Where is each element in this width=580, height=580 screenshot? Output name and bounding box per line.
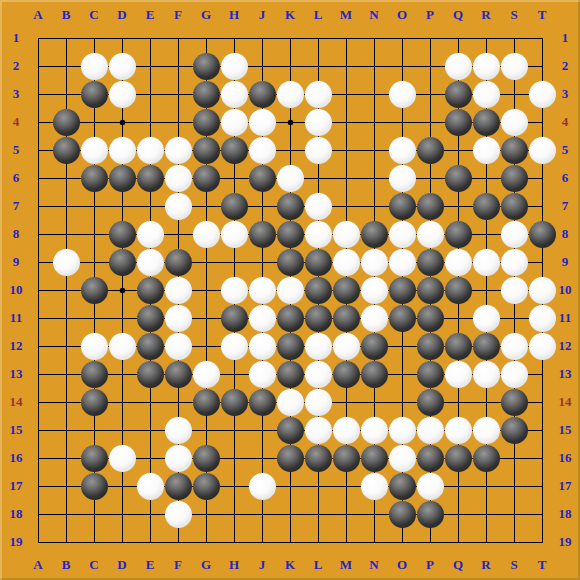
intersection-O16[interactable] <box>388 444 416 472</box>
intersection-D1[interactable] <box>108 24 136 52</box>
intersection-P16[interactable] <box>416 444 444 472</box>
intersection-H4[interactable] <box>220 108 248 136</box>
intersection-F10[interactable] <box>164 276 192 304</box>
intersection-R15[interactable] <box>472 416 500 444</box>
intersection-T9[interactable] <box>528 248 556 276</box>
intersection-S17[interactable] <box>500 472 528 500</box>
intersection-O10[interactable] <box>388 276 416 304</box>
intersection-B10[interactable] <box>52 276 80 304</box>
intersection-N1[interactable] <box>360 24 388 52</box>
intersection-L18[interactable] <box>304 500 332 528</box>
intersection-B6[interactable] <box>52 164 80 192</box>
intersection-P7[interactable] <box>416 192 444 220</box>
intersection-A1[interactable] <box>24 24 52 52</box>
intersection-L12[interactable] <box>304 332 332 360</box>
intersection-D4[interactable] <box>108 108 136 136</box>
intersection-P11[interactable] <box>416 304 444 332</box>
intersection-L3[interactable] <box>304 80 332 108</box>
intersection-Q19[interactable] <box>444 528 472 556</box>
intersection-K3[interactable] <box>276 80 304 108</box>
intersection-N7[interactable] <box>360 192 388 220</box>
intersection-F4[interactable] <box>164 108 192 136</box>
intersection-J9[interactable] <box>248 248 276 276</box>
intersection-H16[interactable] <box>220 444 248 472</box>
intersection-K5[interactable] <box>276 136 304 164</box>
intersection-K11[interactable] <box>276 304 304 332</box>
intersection-B8[interactable] <box>52 220 80 248</box>
intersection-R17[interactable] <box>472 472 500 500</box>
intersection-A19[interactable] <box>24 528 52 556</box>
intersection-O8[interactable] <box>388 220 416 248</box>
intersection-P2[interactable] <box>416 52 444 80</box>
intersection-Q2[interactable] <box>444 52 472 80</box>
intersection-D2[interactable] <box>108 52 136 80</box>
intersection-Q8[interactable] <box>444 220 472 248</box>
intersection-G3[interactable] <box>192 80 220 108</box>
intersection-F1[interactable] <box>164 24 192 52</box>
intersection-S16[interactable] <box>500 444 528 472</box>
intersection-T12[interactable] <box>528 332 556 360</box>
intersection-K4[interactable] <box>276 108 304 136</box>
intersection-T8[interactable] <box>528 220 556 248</box>
intersection-J14[interactable] <box>248 388 276 416</box>
intersection-J3[interactable] <box>248 80 276 108</box>
intersection-G15[interactable] <box>192 416 220 444</box>
intersection-A14[interactable] <box>24 388 52 416</box>
intersection-E13[interactable] <box>136 360 164 388</box>
intersection-F13[interactable] <box>164 360 192 388</box>
intersection-D10[interactable] <box>108 276 136 304</box>
intersection-M19[interactable] <box>332 528 360 556</box>
intersection-E15[interactable] <box>136 416 164 444</box>
intersection-E6[interactable] <box>136 164 164 192</box>
intersection-D14[interactable] <box>108 388 136 416</box>
intersection-L17[interactable] <box>304 472 332 500</box>
intersection-M15[interactable] <box>332 416 360 444</box>
intersection-A5[interactable] <box>24 136 52 164</box>
intersection-B14[interactable] <box>52 388 80 416</box>
intersection-N15[interactable] <box>360 416 388 444</box>
intersection-T16[interactable] <box>528 444 556 472</box>
intersection-B18[interactable] <box>52 500 80 528</box>
intersection-N19[interactable] <box>360 528 388 556</box>
intersection-P17[interactable] <box>416 472 444 500</box>
intersection-R11[interactable] <box>472 304 500 332</box>
intersection-H1[interactable] <box>220 24 248 52</box>
intersection-M16[interactable] <box>332 444 360 472</box>
intersection-C19[interactable] <box>80 528 108 556</box>
intersection-K15[interactable] <box>276 416 304 444</box>
intersection-A9[interactable] <box>24 248 52 276</box>
intersection-Q9[interactable] <box>444 248 472 276</box>
intersection-J2[interactable] <box>248 52 276 80</box>
intersection-E11[interactable] <box>136 304 164 332</box>
intersection-M7[interactable] <box>332 192 360 220</box>
intersection-O15[interactable] <box>388 416 416 444</box>
intersection-Q6[interactable] <box>444 164 472 192</box>
intersection-E9[interactable] <box>136 248 164 276</box>
intersection-S11[interactable] <box>500 304 528 332</box>
intersection-J7[interactable] <box>248 192 276 220</box>
intersection-P10[interactable] <box>416 276 444 304</box>
intersection-L15[interactable] <box>304 416 332 444</box>
intersection-T2[interactable] <box>528 52 556 80</box>
intersection-O14[interactable] <box>388 388 416 416</box>
intersection-K1[interactable] <box>276 24 304 52</box>
intersection-E7[interactable] <box>136 192 164 220</box>
intersection-O17[interactable] <box>388 472 416 500</box>
intersection-E3[interactable] <box>136 80 164 108</box>
intersection-M12[interactable] <box>332 332 360 360</box>
intersection-T1[interactable] <box>528 24 556 52</box>
intersection-Q14[interactable] <box>444 388 472 416</box>
intersection-L8[interactable] <box>304 220 332 248</box>
intersection-D11[interactable] <box>108 304 136 332</box>
intersection-O7[interactable] <box>388 192 416 220</box>
intersection-K18[interactable] <box>276 500 304 528</box>
intersection-B13[interactable] <box>52 360 80 388</box>
intersection-K10[interactable] <box>276 276 304 304</box>
intersection-R2[interactable] <box>472 52 500 80</box>
intersection-A17[interactable] <box>24 472 52 500</box>
intersection-Q16[interactable] <box>444 444 472 472</box>
intersection-N6[interactable] <box>360 164 388 192</box>
intersection-K12[interactable] <box>276 332 304 360</box>
intersection-H11[interactable] <box>220 304 248 332</box>
intersection-K16[interactable] <box>276 444 304 472</box>
intersection-S15[interactable] <box>500 416 528 444</box>
intersection-E17[interactable] <box>136 472 164 500</box>
intersection-G7[interactable] <box>192 192 220 220</box>
intersection-A12[interactable] <box>24 332 52 360</box>
intersection-M4[interactable] <box>332 108 360 136</box>
intersection-G19[interactable] <box>192 528 220 556</box>
intersection-S7[interactable] <box>500 192 528 220</box>
intersection-Q10[interactable] <box>444 276 472 304</box>
intersection-J13[interactable] <box>248 360 276 388</box>
intersection-Q7[interactable] <box>444 192 472 220</box>
intersection-O12[interactable] <box>388 332 416 360</box>
intersection-S18[interactable] <box>500 500 528 528</box>
intersection-C11[interactable] <box>80 304 108 332</box>
intersection-O9[interactable] <box>388 248 416 276</box>
intersection-G9[interactable] <box>192 248 220 276</box>
intersection-C15[interactable] <box>80 416 108 444</box>
intersection-Q17[interactable] <box>444 472 472 500</box>
intersection-S5[interactable] <box>500 136 528 164</box>
intersection-S12[interactable] <box>500 332 528 360</box>
intersection-R7[interactable] <box>472 192 500 220</box>
intersection-S1[interactable] <box>500 24 528 52</box>
intersection-S14[interactable] <box>500 388 528 416</box>
intersection-R9[interactable] <box>472 248 500 276</box>
intersection-J5[interactable] <box>248 136 276 164</box>
intersection-G6[interactable] <box>192 164 220 192</box>
intersection-G4[interactable] <box>192 108 220 136</box>
intersection-P9[interactable] <box>416 248 444 276</box>
intersection-S9[interactable] <box>500 248 528 276</box>
intersection-K9[interactable] <box>276 248 304 276</box>
intersection-F17[interactable] <box>164 472 192 500</box>
intersection-J10[interactable] <box>248 276 276 304</box>
intersection-B2[interactable] <box>52 52 80 80</box>
intersection-R10[interactable] <box>472 276 500 304</box>
intersection-J17[interactable] <box>248 472 276 500</box>
intersection-H2[interactable] <box>220 52 248 80</box>
intersection-D3[interactable] <box>108 80 136 108</box>
intersection-Q3[interactable] <box>444 80 472 108</box>
intersection-A10[interactable] <box>24 276 52 304</box>
intersection-B5[interactable] <box>52 136 80 164</box>
intersection-T11[interactable] <box>528 304 556 332</box>
intersection-O13[interactable] <box>388 360 416 388</box>
intersection-N2[interactable] <box>360 52 388 80</box>
intersection-C17[interactable] <box>80 472 108 500</box>
intersection-D19[interactable] <box>108 528 136 556</box>
intersection-K2[interactable] <box>276 52 304 80</box>
intersection-G13[interactable] <box>192 360 220 388</box>
intersection-L14[interactable] <box>304 388 332 416</box>
intersection-T14[interactable] <box>528 388 556 416</box>
intersection-M1[interactable] <box>332 24 360 52</box>
intersection-N4[interactable] <box>360 108 388 136</box>
intersection-M8[interactable] <box>332 220 360 248</box>
intersection-E4[interactable] <box>136 108 164 136</box>
intersection-Q13[interactable] <box>444 360 472 388</box>
intersection-C1[interactable] <box>80 24 108 52</box>
intersection-H12[interactable] <box>220 332 248 360</box>
intersection-E1[interactable] <box>136 24 164 52</box>
intersection-S10[interactable] <box>500 276 528 304</box>
intersection-M14[interactable] <box>332 388 360 416</box>
intersection-D16[interactable] <box>108 444 136 472</box>
intersection-C13[interactable] <box>80 360 108 388</box>
intersection-T13[interactable] <box>528 360 556 388</box>
intersection-E12[interactable] <box>136 332 164 360</box>
intersection-R6[interactable] <box>472 164 500 192</box>
intersection-Q11[interactable] <box>444 304 472 332</box>
intersection-N11[interactable] <box>360 304 388 332</box>
intersection-A7[interactable] <box>24 192 52 220</box>
intersection-N9[interactable] <box>360 248 388 276</box>
intersection-Q18[interactable] <box>444 500 472 528</box>
intersection-M6[interactable] <box>332 164 360 192</box>
intersection-C12[interactable] <box>80 332 108 360</box>
intersection-C6[interactable] <box>80 164 108 192</box>
intersection-F7[interactable] <box>164 192 192 220</box>
intersection-O3[interactable] <box>388 80 416 108</box>
intersection-D9[interactable] <box>108 248 136 276</box>
intersection-G2[interactable] <box>192 52 220 80</box>
intersection-K17[interactable] <box>276 472 304 500</box>
intersection-P14[interactable] <box>416 388 444 416</box>
intersection-M13[interactable] <box>332 360 360 388</box>
intersection-O11[interactable] <box>388 304 416 332</box>
intersection-Q4[interactable] <box>444 108 472 136</box>
intersection-T10[interactable] <box>528 276 556 304</box>
intersection-R16[interactable] <box>472 444 500 472</box>
intersection-J11[interactable] <box>248 304 276 332</box>
intersection-A15[interactable] <box>24 416 52 444</box>
intersection-O4[interactable] <box>388 108 416 136</box>
intersection-H13[interactable] <box>220 360 248 388</box>
intersection-E10[interactable] <box>136 276 164 304</box>
intersection-E5[interactable] <box>136 136 164 164</box>
intersection-E16[interactable] <box>136 444 164 472</box>
intersection-C10[interactable] <box>80 276 108 304</box>
intersection-S3[interactable] <box>500 80 528 108</box>
intersection-M11[interactable] <box>332 304 360 332</box>
intersection-R8[interactable] <box>472 220 500 248</box>
intersection-O1[interactable] <box>388 24 416 52</box>
intersection-G10[interactable] <box>192 276 220 304</box>
intersection-A11[interactable] <box>24 304 52 332</box>
intersection-A3[interactable] <box>24 80 52 108</box>
intersection-N5[interactable] <box>360 136 388 164</box>
intersection-B3[interactable] <box>52 80 80 108</box>
intersection-N3[interactable] <box>360 80 388 108</box>
intersection-T5[interactable] <box>528 136 556 164</box>
intersection-G16[interactable] <box>192 444 220 472</box>
intersection-F9[interactable] <box>164 248 192 276</box>
intersection-K14[interactable] <box>276 388 304 416</box>
intersection-R13[interactable] <box>472 360 500 388</box>
intersection-J15[interactable] <box>248 416 276 444</box>
intersection-Q5[interactable] <box>444 136 472 164</box>
intersection-K7[interactable] <box>276 192 304 220</box>
intersection-H14[interactable] <box>220 388 248 416</box>
intersection-M3[interactable] <box>332 80 360 108</box>
intersection-K19[interactable] <box>276 528 304 556</box>
intersection-G1[interactable] <box>192 24 220 52</box>
intersection-N13[interactable] <box>360 360 388 388</box>
intersection-P8[interactable] <box>416 220 444 248</box>
intersection-R3[interactable] <box>472 80 500 108</box>
intersection-S19[interactable] <box>500 528 528 556</box>
intersection-A4[interactable] <box>24 108 52 136</box>
intersection-G8[interactable] <box>192 220 220 248</box>
intersection-Q12[interactable] <box>444 332 472 360</box>
intersection-N8[interactable] <box>360 220 388 248</box>
intersection-C5[interactable] <box>80 136 108 164</box>
intersection-J12[interactable] <box>248 332 276 360</box>
intersection-P13[interactable] <box>416 360 444 388</box>
intersection-F18[interactable] <box>164 500 192 528</box>
intersection-T3[interactable] <box>528 80 556 108</box>
intersection-E2[interactable] <box>136 52 164 80</box>
intersection-M5[interactable] <box>332 136 360 164</box>
intersection-N12[interactable] <box>360 332 388 360</box>
intersection-E8[interactable] <box>136 220 164 248</box>
intersection-F3[interactable] <box>164 80 192 108</box>
intersection-P6[interactable] <box>416 164 444 192</box>
intersection-P15[interactable] <box>416 416 444 444</box>
intersection-H17[interactable] <box>220 472 248 500</box>
intersection-B9[interactable] <box>52 248 80 276</box>
intersection-L6[interactable] <box>304 164 332 192</box>
intersection-F11[interactable] <box>164 304 192 332</box>
intersection-L10[interactable] <box>304 276 332 304</box>
intersection-T7[interactable] <box>528 192 556 220</box>
intersection-O19[interactable] <box>388 528 416 556</box>
intersection-Q15[interactable] <box>444 416 472 444</box>
intersection-D13[interactable] <box>108 360 136 388</box>
intersection-K8[interactable] <box>276 220 304 248</box>
intersection-L4[interactable] <box>304 108 332 136</box>
intersection-N16[interactable] <box>360 444 388 472</box>
intersection-N17[interactable] <box>360 472 388 500</box>
intersection-S2[interactable] <box>500 52 528 80</box>
intersection-P19[interactable] <box>416 528 444 556</box>
intersection-L11[interactable] <box>304 304 332 332</box>
intersection-P18[interactable] <box>416 500 444 528</box>
intersection-J4[interactable] <box>248 108 276 136</box>
intersection-G17[interactable] <box>192 472 220 500</box>
intersection-C3[interactable] <box>80 80 108 108</box>
intersection-B7[interactable] <box>52 192 80 220</box>
intersection-A18[interactable] <box>24 500 52 528</box>
intersection-M9[interactable] <box>332 248 360 276</box>
intersection-H18[interactable] <box>220 500 248 528</box>
intersection-T15[interactable] <box>528 416 556 444</box>
intersection-J16[interactable] <box>248 444 276 472</box>
intersection-D15[interactable] <box>108 416 136 444</box>
intersection-M18[interactable] <box>332 500 360 528</box>
intersection-G5[interactable] <box>192 136 220 164</box>
intersection-D7[interactable] <box>108 192 136 220</box>
intersection-T17[interactable] <box>528 472 556 500</box>
intersection-C9[interactable] <box>80 248 108 276</box>
intersection-S6[interactable] <box>500 164 528 192</box>
intersection-E19[interactable] <box>136 528 164 556</box>
intersection-G12[interactable] <box>192 332 220 360</box>
intersection-J19[interactable] <box>248 528 276 556</box>
intersection-A2[interactable] <box>24 52 52 80</box>
intersection-D18[interactable] <box>108 500 136 528</box>
intersection-H15[interactable] <box>220 416 248 444</box>
intersection-F6[interactable] <box>164 164 192 192</box>
intersection-M10[interactable] <box>332 276 360 304</box>
intersection-G18[interactable] <box>192 500 220 528</box>
intersection-F14[interactable] <box>164 388 192 416</box>
intersection-F15[interactable] <box>164 416 192 444</box>
intersection-F8[interactable] <box>164 220 192 248</box>
intersection-R1[interactable] <box>472 24 500 52</box>
intersection-C8[interactable] <box>80 220 108 248</box>
intersection-B11[interactable] <box>52 304 80 332</box>
intersection-T6[interactable] <box>528 164 556 192</box>
intersection-N18[interactable] <box>360 500 388 528</box>
intersection-S8[interactable] <box>500 220 528 248</box>
intersection-F2[interactable] <box>164 52 192 80</box>
intersection-H5[interactable] <box>220 136 248 164</box>
intersection-G14[interactable] <box>192 388 220 416</box>
intersection-C4[interactable] <box>80 108 108 136</box>
intersection-F19[interactable] <box>164 528 192 556</box>
intersection-O2[interactable] <box>388 52 416 80</box>
intersection-T18[interactable] <box>528 500 556 528</box>
intersection-B1[interactable] <box>52 24 80 52</box>
intersection-D17[interactable] <box>108 472 136 500</box>
intersection-B12[interactable] <box>52 332 80 360</box>
intersection-K13[interactable] <box>276 360 304 388</box>
intersection-H8[interactable] <box>220 220 248 248</box>
intersection-B19[interactable] <box>52 528 80 556</box>
intersection-F12[interactable] <box>164 332 192 360</box>
intersection-S13[interactable] <box>500 360 528 388</box>
intersection-J1[interactable] <box>248 24 276 52</box>
intersection-G11[interactable] <box>192 304 220 332</box>
